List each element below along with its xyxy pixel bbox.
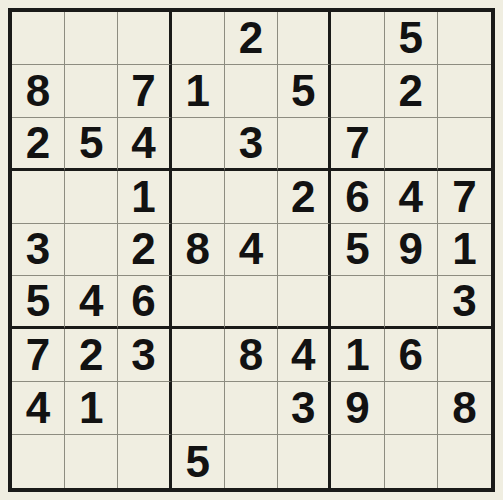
cell-r2c4[interactable]: 1 bbox=[172, 65, 225, 118]
cell-r8c8[interactable] bbox=[385, 382, 438, 435]
cell-r7c9[interactable] bbox=[438, 329, 491, 382]
cell-r7c8[interactable]: 6 bbox=[385, 329, 438, 382]
cell-r4c8[interactable]: 4 bbox=[385, 171, 438, 224]
cell-r6c4[interactable] bbox=[172, 276, 225, 329]
cell-r7c7[interactable]: 1 bbox=[331, 329, 384, 382]
cell-r9c2[interactable] bbox=[65, 435, 118, 488]
cell-r8c9[interactable]: 8 bbox=[438, 382, 491, 435]
cell-r7c2[interactable]: 2 bbox=[65, 329, 118, 382]
cell-r6c5[interactable] bbox=[225, 276, 278, 329]
cell-r4c4[interactable] bbox=[172, 171, 225, 224]
cell-r4c6[interactable]: 2 bbox=[278, 171, 331, 224]
cell-r3c2[interactable]: 5 bbox=[65, 118, 118, 171]
cell-r6c8[interactable] bbox=[385, 276, 438, 329]
cell-r4c7[interactable]: 6 bbox=[331, 171, 384, 224]
cell-r2c7[interactable] bbox=[331, 65, 384, 118]
cell-r3c7[interactable]: 7 bbox=[331, 118, 384, 171]
cell-r6c3[interactable]: 6 bbox=[118, 276, 171, 329]
cell-r4c9[interactable]: 7 bbox=[438, 171, 491, 224]
cell-r2c3[interactable]: 7 bbox=[118, 65, 171, 118]
cell-r9c1[interactable] bbox=[12, 435, 65, 488]
cell-r8c3[interactable] bbox=[118, 382, 171, 435]
cell-r6c1[interactable]: 5 bbox=[12, 276, 65, 329]
cell-r1c8[interactable]: 5 bbox=[385, 12, 438, 65]
sudoku-board: 2587152254371264732845915463723841641398… bbox=[8, 8, 495, 492]
cell-r6c2[interactable]: 4 bbox=[65, 276, 118, 329]
cell-r1c7[interactable] bbox=[331, 12, 384, 65]
cell-r2c2[interactable] bbox=[65, 65, 118, 118]
cell-r7c4[interactable] bbox=[172, 329, 225, 382]
cell-r6c7[interactable] bbox=[331, 276, 384, 329]
cell-r2c9[interactable] bbox=[438, 65, 491, 118]
sudoku-page: 2587152254371264732845915463723841641398… bbox=[0, 0, 503, 500]
cell-r8c2[interactable]: 1 bbox=[65, 382, 118, 435]
cell-r1c6[interactable] bbox=[278, 12, 331, 65]
cell-r2c1[interactable]: 8 bbox=[12, 65, 65, 118]
cell-r2c5[interactable] bbox=[225, 65, 278, 118]
cell-r5c3[interactable]: 2 bbox=[118, 224, 171, 277]
cell-r9c3[interactable] bbox=[118, 435, 171, 488]
cell-r5c9[interactable]: 1 bbox=[438, 224, 491, 277]
cell-r8c7[interactable]: 9 bbox=[331, 382, 384, 435]
cell-r7c5[interactable]: 8 bbox=[225, 329, 278, 382]
cell-r3c8[interactable] bbox=[385, 118, 438, 171]
cell-r2c8[interactable]: 2 bbox=[385, 65, 438, 118]
cell-r5c8[interactable]: 9 bbox=[385, 224, 438, 277]
cell-r1c3[interactable] bbox=[118, 12, 171, 65]
cell-r1c9[interactable] bbox=[438, 12, 491, 65]
cell-r9c7[interactable] bbox=[331, 435, 384, 488]
cell-r1c4[interactable] bbox=[172, 12, 225, 65]
cell-r2c6[interactable]: 5 bbox=[278, 65, 331, 118]
cell-r9c9[interactable] bbox=[438, 435, 491, 488]
cell-r6c9[interactable]: 3 bbox=[438, 276, 491, 329]
cell-r4c1[interactable] bbox=[12, 171, 65, 224]
cell-r3c1[interactable]: 2 bbox=[12, 118, 65, 171]
cell-r3c9[interactable] bbox=[438, 118, 491, 171]
cell-r3c4[interactable] bbox=[172, 118, 225, 171]
cell-r5c7[interactable]: 5 bbox=[331, 224, 384, 277]
cell-r9c8[interactable] bbox=[385, 435, 438, 488]
cell-r3c5[interactable]: 3 bbox=[225, 118, 278, 171]
cell-r8c4[interactable] bbox=[172, 382, 225, 435]
cell-r9c5[interactable] bbox=[225, 435, 278, 488]
cell-r6c6[interactable] bbox=[278, 276, 331, 329]
cell-r7c1[interactable]: 7 bbox=[12, 329, 65, 382]
cell-r4c5[interactable] bbox=[225, 171, 278, 224]
cell-r9c4[interactable]: 5 bbox=[172, 435, 225, 488]
cell-r7c3[interactable]: 3 bbox=[118, 329, 171, 382]
cell-r8c6[interactable]: 3 bbox=[278, 382, 331, 435]
cell-r8c1[interactable]: 4 bbox=[12, 382, 65, 435]
cell-r3c6[interactable] bbox=[278, 118, 331, 171]
cell-r5c1[interactable]: 3 bbox=[12, 224, 65, 277]
cell-r4c3[interactable]: 1 bbox=[118, 171, 171, 224]
cell-r9c6[interactable] bbox=[278, 435, 331, 488]
cell-r1c1[interactable] bbox=[12, 12, 65, 65]
cell-r5c5[interactable]: 4 bbox=[225, 224, 278, 277]
cell-r5c6[interactable] bbox=[278, 224, 331, 277]
cell-r7c6[interactable]: 4 bbox=[278, 329, 331, 382]
cell-r8c5[interactable] bbox=[225, 382, 278, 435]
cell-r1c2[interactable] bbox=[65, 12, 118, 65]
cell-r1c5[interactable]: 2 bbox=[225, 12, 278, 65]
cell-r3c3[interactable]: 4 bbox=[118, 118, 171, 171]
cell-r5c2[interactable] bbox=[65, 224, 118, 277]
cell-r4c2[interactable] bbox=[65, 171, 118, 224]
cell-r5c4[interactable]: 8 bbox=[172, 224, 225, 277]
